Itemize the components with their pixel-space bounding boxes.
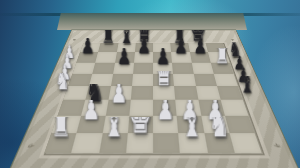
white-rook-a1[interactable]: ♜ — [48, 116, 74, 142]
square-f6[interactable] — [172, 62, 193, 73]
black-pawn-g7[interactable]: ♟ — [190, 39, 209, 58]
perspective-viewport: » » » » ♜♝♛♜♚♟♟♟♟♟♟♞♛♜♟♟♟♟♟♜♝♚♝♞♟♟♟♞♞♟♟♝ — [0, 0, 300, 168]
black-pawn-c6[interactable]: ♟ — [114, 48, 134, 68]
captured-white-knight-3: ♞ — [52, 73, 74, 95]
chess-board: » » » » ♜♝♛♜♚♟♟♟♟♟♟♞♛♜♟♟♟♟♟♜♝♚♝♞♟♟♟♞♞♟♟♝ — [44, 43, 261, 153]
square-e1[interactable] — [153, 133, 180, 153]
white-bishop-c1[interactable]: ♝ — [100, 116, 126, 142]
white-queen-e4[interactable]: ♛ — [153, 71, 175, 93]
black-pawn-f7[interactable]: ♟ — [172, 39, 191, 58]
black-pawn-a7[interactable]: ♟ — [78, 39, 97, 58]
white-knight-g1[interactable]: ♞ — [206, 116, 232, 142]
square-f5[interactable] — [173, 74, 195, 86]
white-pawn-e2[interactable]: ♟ — [153, 99, 178, 124]
black-rook-b8[interactable]: ♜ — [99, 30, 117, 48]
chess-game-screenshot: » » » » ♜♝♛♜♚♟♟♟♟♟♟♞♛♜♟♟♟♟♟♜♝♚♝♞♟♟♟♞♞♟♟♝ — [0, 0, 300, 168]
square-d6[interactable] — [133, 62, 153, 73]
white-bishop-f1[interactable]: ♝ — [179, 116, 205, 142]
black-pawn-d7[interactable]: ♟ — [134, 39, 153, 58]
white-king-d1[interactable]: ♚ — [127, 116, 153, 142]
captured-black-bishop-3: ♝ — [236, 76, 258, 98]
corner-ornament-icon: » — [272, 141, 284, 151]
square-b1[interactable] — [71, 133, 102, 153]
corner-ornament-icon: » — [25, 141, 37, 151]
